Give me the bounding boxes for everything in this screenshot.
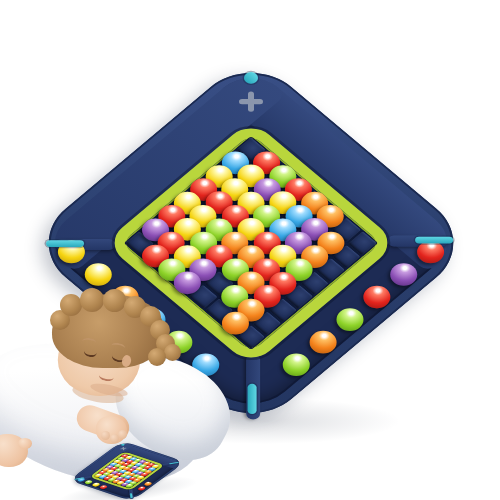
child-eyebrow-left bbox=[82, 337, 97, 346]
hair-curl bbox=[164, 344, 181, 361]
child-thumb-left bbox=[18, 438, 32, 449]
product-photo bbox=[0, 0, 500, 500]
hair-curl bbox=[60, 294, 82, 316]
hair-curl bbox=[80, 288, 104, 312]
hair-curl bbox=[148, 348, 166, 366]
knuckle bbox=[118, 430, 127, 439]
knuckle bbox=[101, 431, 110, 440]
child-photo bbox=[0, 0, 500, 500]
hair-curl bbox=[103, 289, 126, 312]
